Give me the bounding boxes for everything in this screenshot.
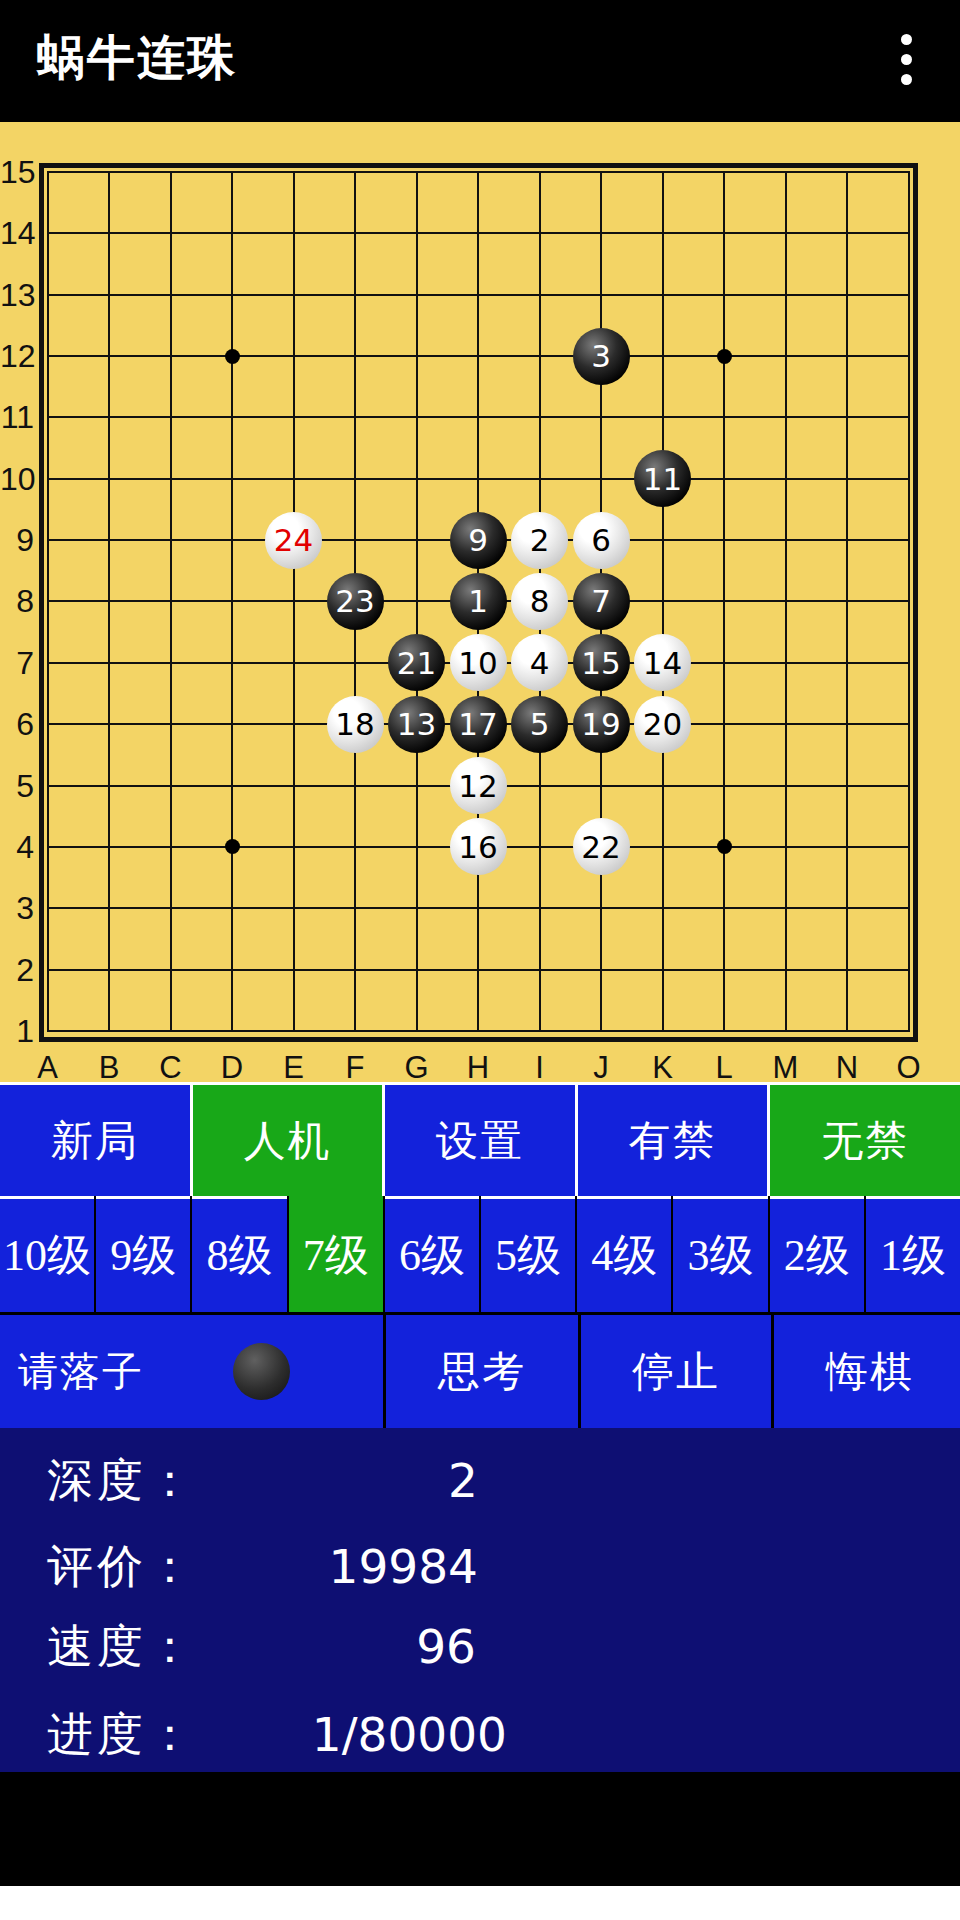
star-point	[717, 349, 732, 364]
grid-hline	[47, 1030, 910, 1032]
row-label: 9	[0, 522, 34, 558]
info-label: 深度：	[47, 1450, 197, 1512]
stone-3-J12: 3	[573, 328, 630, 385]
column-label: A	[26, 1050, 70, 1086]
stone-10-H7: 10	[450, 634, 507, 691]
level-button-4级[interactable]: 4级	[577, 1196, 671, 1312]
status-label: 请落子	[18, 1344, 144, 1399]
stone-20-K6: 20	[634, 696, 691, 753]
level-button-9级[interactable]: 9级	[96, 1196, 190, 1312]
info-row: 96速度：	[0, 1616, 960, 1678]
engine-info-panel: 2深度：19984评价：96速度：1/80000进度：	[0, 1428, 960, 1772]
mode-button-2[interactable]: 人机	[193, 1085, 383, 1196]
stone-24-E9: 24	[265, 512, 322, 569]
grid-hline	[47, 907, 910, 909]
stone-12-H5: 12	[450, 757, 507, 814]
row-label: 8	[0, 583, 34, 619]
title-bar: 蜗牛连珠	[0, 0, 960, 122]
row-label: 1	[0, 1013, 34, 1049]
bottom-black-bar	[0, 1772, 960, 1886]
level-button-1级[interactable]: 1级	[866, 1196, 960, 1312]
column-label: E	[272, 1050, 316, 1086]
stone-23-F8: 23	[327, 573, 384, 630]
column-label: J	[579, 1050, 623, 1086]
stone-7-J8: 7	[573, 573, 630, 630]
star-point	[225, 349, 240, 364]
info-row: 1/80000进度：	[0, 1704, 960, 1766]
row-label: 5	[0, 768, 34, 804]
level-button-8级[interactable]: 8级	[192, 1196, 286, 1312]
stone-16-H4: 16	[450, 818, 507, 875]
stone-19-J6: 19	[573, 696, 630, 753]
stone-1-H8: 1	[450, 573, 507, 630]
turn-indicator-black-stone-icon	[233, 1343, 290, 1400]
column-label: C	[149, 1050, 193, 1086]
stone-5-I6: 5	[511, 696, 568, 753]
bottom-white-strip	[0, 1886, 960, 1920]
mode-button-3[interactable]: 设置	[385, 1085, 575, 1196]
row-label: 6	[0, 706, 34, 742]
column-label: H	[456, 1050, 500, 1086]
stone-18-F6: 18	[327, 696, 384, 753]
action-button-3[interactable]: 悔棋	[774, 1315, 960, 1428]
action-button-1[interactable]: 思考	[386, 1315, 578, 1428]
stone-14-K7: 14	[634, 634, 691, 691]
info-row: 2深度：	[0, 1450, 960, 1512]
stone-4-I7: 4	[511, 634, 568, 691]
grid-vline	[785, 171, 787, 1032]
row-label: 4	[0, 829, 34, 865]
column-label: L	[702, 1050, 746, 1086]
grid-vline	[723, 171, 725, 1032]
info-label: 速度：	[47, 1616, 197, 1678]
stone-17-H6: 17	[450, 696, 507, 753]
three-dot-menu-icon[interactable]	[891, 30, 921, 90]
action-button-2[interactable]: 停止	[581, 1315, 771, 1428]
grid-vline	[908, 171, 910, 1032]
row-label: 11	[0, 399, 34, 435]
stone-22-J4: 22	[573, 818, 630, 875]
column-label: B	[87, 1050, 131, 1086]
column-label: M	[764, 1050, 808, 1086]
stone-6-J9: 6	[573, 512, 630, 569]
stone-2-I9: 2	[511, 512, 568, 569]
row-label: 3	[0, 890, 34, 926]
row-label: 13	[0, 277, 34, 313]
app-screen: 蜗牛连珠 151413121110987654321ABCDEFGHIJKLMN…	[0, 0, 960, 1920]
info-label: 评价：	[47, 1536, 197, 1598]
grid-vline	[662, 171, 664, 1032]
star-point	[225, 839, 240, 854]
row-label: 15	[0, 154, 34, 190]
stone-21-G7: 21	[388, 634, 445, 691]
level-button-10级[interactable]: 10级	[0, 1196, 94, 1312]
column-label: K	[641, 1050, 685, 1086]
mode-button-5[interactable]: 无禁	[770, 1085, 960, 1196]
status-section: 请落子	[0, 1315, 383, 1428]
gomoku-board[interactable]: 151413121110987654321ABCDEFGHIJKLMNO1234…	[0, 122, 960, 1082]
action-button-row: 请落子思考停止悔棋	[0, 1312, 960, 1428]
column-label: D	[210, 1050, 254, 1086]
mode-button-4[interactable]: 有禁	[578, 1085, 768, 1196]
column-label: N	[825, 1050, 869, 1086]
stone-15-J7: 15	[573, 634, 630, 691]
stone-9-H9: 9	[450, 512, 507, 569]
grid-vline	[846, 171, 848, 1032]
level-button-row: 10级9级8级7级6级5级4级3级2级1级	[0, 1196, 960, 1312]
app-title: 蜗牛连珠	[37, 26, 237, 90]
column-label: G	[395, 1050, 439, 1086]
level-button-7级[interactable]: 7级	[289, 1196, 383, 1312]
column-label: I	[518, 1050, 562, 1086]
info-label: 进度：	[47, 1704, 197, 1766]
stone-11-K10: 11	[634, 450, 691, 507]
stone-13-G6: 13	[388, 696, 445, 753]
column-label: F	[333, 1050, 377, 1086]
level-button-6级[interactable]: 6级	[385, 1196, 479, 1312]
star-point	[717, 839, 732, 854]
row-label: 10	[0, 461, 34, 497]
row-label: 12	[0, 338, 34, 374]
row-label: 14	[0, 215, 34, 251]
level-button-2级[interactable]: 2级	[770, 1196, 864, 1312]
stone-8-I8: 8	[511, 573, 568, 630]
level-button-5级[interactable]: 5级	[481, 1196, 575, 1312]
level-button-3级[interactable]: 3级	[673, 1196, 767, 1312]
row-label: 7	[0, 645, 34, 681]
mode-button-row: 新局人机设置有禁无禁	[0, 1082, 960, 1196]
mode-button-1[interactable]: 新局	[0, 1085, 190, 1196]
row-label: 2	[0, 952, 34, 988]
grid-hline	[47, 969, 910, 971]
column-label: O	[887, 1050, 931, 1086]
info-row: 19984评价：	[0, 1536, 960, 1598]
